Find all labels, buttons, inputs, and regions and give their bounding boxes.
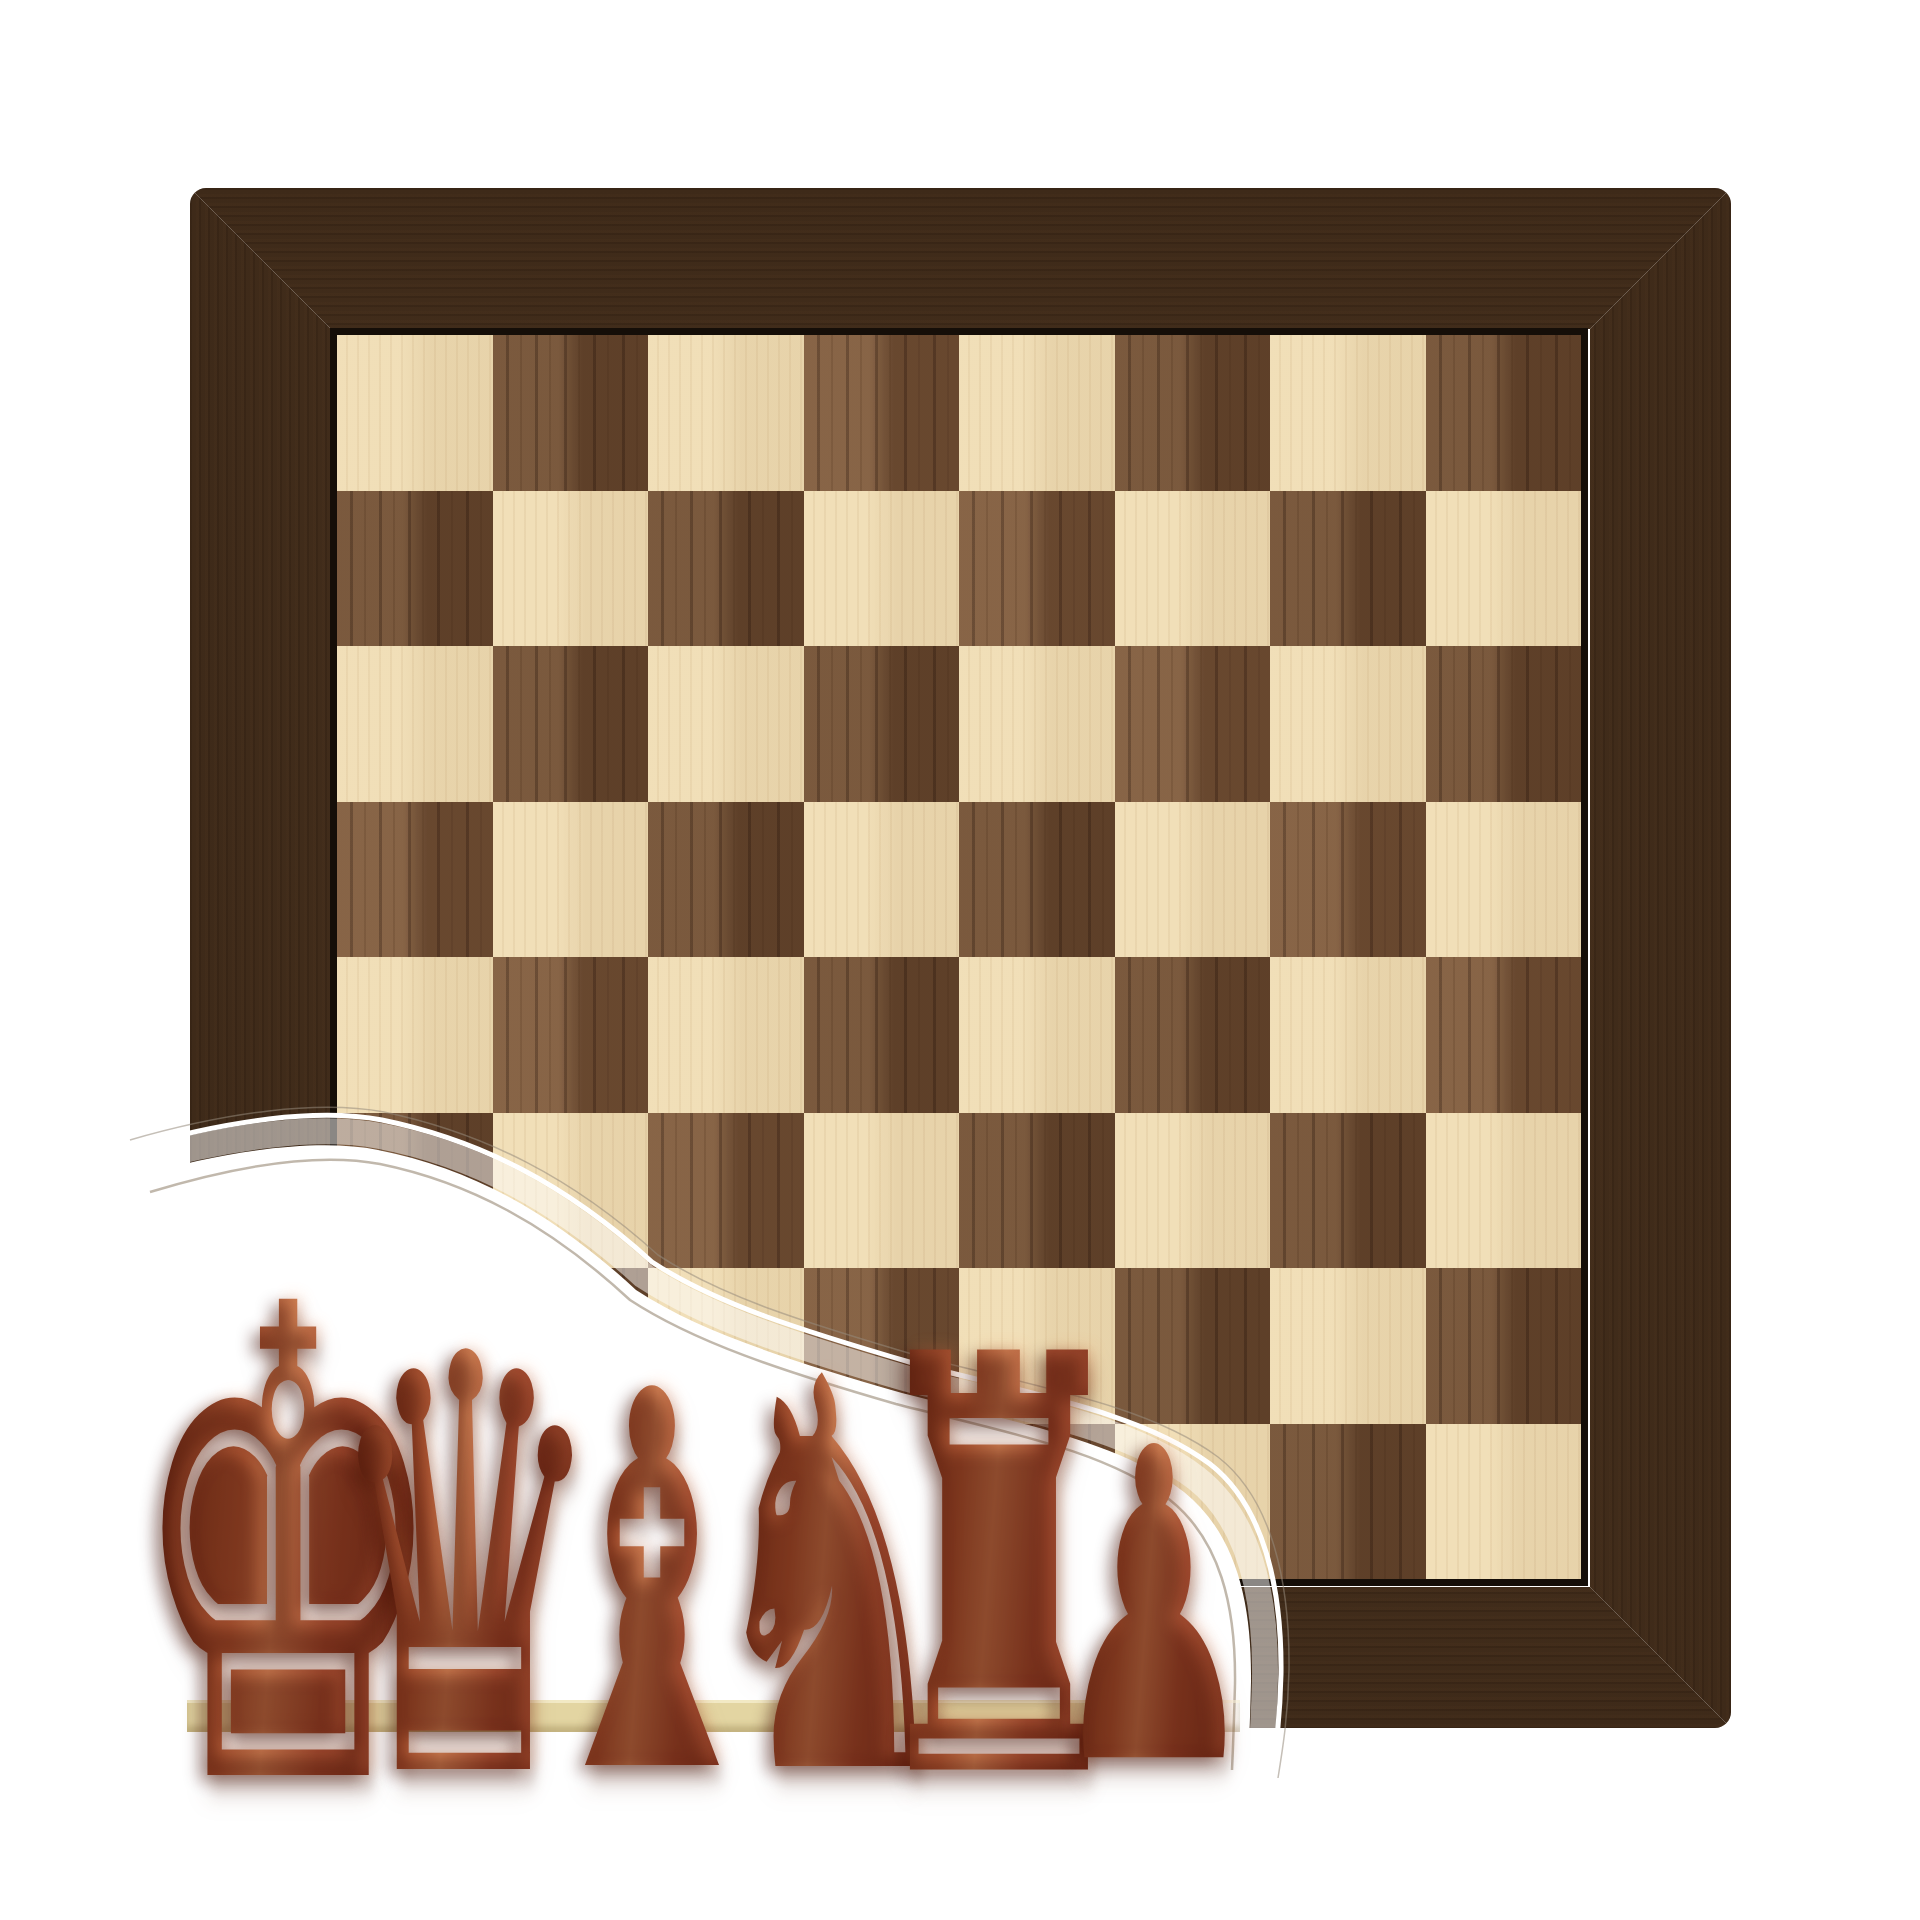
- square-f6[interactable]: [1115, 646, 1271, 802]
- square-c5[interactable]: [648, 802, 804, 958]
- square-h4[interactable]: [1426, 957, 1582, 1113]
- square-d7[interactable]: [804, 491, 960, 647]
- square-h2[interactable]: [1426, 1268, 1582, 1424]
- square-h1[interactable]: [1426, 1424, 1582, 1580]
- square-g2[interactable]: [1270, 1268, 1426, 1424]
- square-a7[interactable]: [337, 491, 493, 647]
- square-b4[interactable]: [493, 957, 649, 1113]
- square-a8[interactable]: [337, 335, 493, 491]
- square-f8[interactable]: [1115, 335, 1271, 491]
- square-h7[interactable]: [1426, 491, 1582, 647]
- square-c4[interactable]: [648, 957, 804, 1113]
- square-b6[interactable]: [493, 646, 649, 802]
- square-d6[interactable]: [804, 646, 960, 802]
- square-e4[interactable]: [959, 957, 1115, 1113]
- square-c8[interactable]: [648, 335, 804, 491]
- square-h8[interactable]: [1426, 335, 1582, 491]
- square-b7[interactable]: [493, 491, 649, 647]
- square-f5[interactable]: [1115, 802, 1271, 958]
- square-d4[interactable]: [804, 957, 960, 1113]
- square-h5[interactable]: [1426, 802, 1582, 958]
- square-h3[interactable]: [1426, 1113, 1582, 1269]
- square-f7[interactable]: [1115, 491, 1271, 647]
- square-g6[interactable]: [1270, 646, 1426, 802]
- square-g8[interactable]: [1270, 335, 1426, 491]
- square-e5[interactable]: [959, 802, 1115, 958]
- square-g7[interactable]: [1270, 491, 1426, 647]
- square-g5[interactable]: [1270, 802, 1426, 958]
- square-d5[interactable]: [804, 802, 960, 958]
- product-photo-canvas: ♚♛♝♞♜♟: [0, 0, 1920, 1920]
- square-h6[interactable]: [1426, 646, 1582, 802]
- square-c6[interactable]: [648, 646, 804, 802]
- square-b5[interactable]: [493, 802, 649, 958]
- square-a4[interactable]: [337, 957, 493, 1113]
- square-d8[interactable]: [804, 335, 960, 491]
- square-e7[interactable]: [959, 491, 1115, 647]
- square-g1[interactable]: [1270, 1424, 1426, 1580]
- display-piece-pawn[interactable]: ♟: [1048, 1393, 1260, 1823]
- square-a6[interactable]: [337, 646, 493, 802]
- square-e6[interactable]: [959, 646, 1115, 802]
- square-b8[interactable]: [493, 335, 649, 491]
- square-f4[interactable]: [1115, 957, 1271, 1113]
- square-e8[interactable]: [959, 335, 1115, 491]
- square-c7[interactable]: [648, 491, 804, 647]
- square-a5[interactable]: [337, 802, 493, 958]
- square-c3[interactable]: [648, 1113, 804, 1269]
- square-g4[interactable]: [1270, 957, 1426, 1113]
- square-g3[interactable]: [1270, 1113, 1426, 1269]
